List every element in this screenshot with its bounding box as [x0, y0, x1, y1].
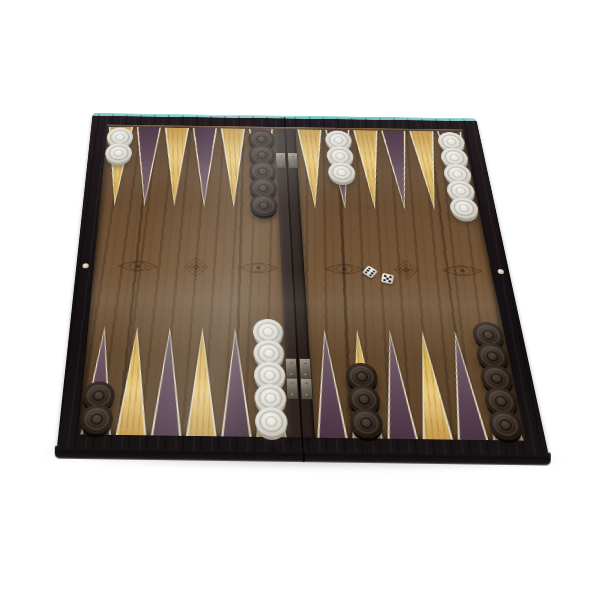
checker-white[interactable] [255, 407, 288, 437]
point-fill [222, 128, 245, 203]
die-pip [389, 275, 392, 277]
fold-seam-bottom [301, 438, 304, 453]
fold-hinge-1 [275, 152, 298, 168]
die-pip [388, 280, 391, 282]
hinge-plate-right [287, 153, 298, 169]
point-triangle-yellow [114, 326, 152, 435]
point-fill [188, 333, 216, 437]
die-pip [368, 274, 371, 277]
fold-hinge-2 [285, 358, 313, 380]
point-triangle-plum [150, 327, 186, 436]
checker-black[interactable] [249, 194, 277, 216]
hinge-plate-right [299, 358, 313, 380]
point-triangle-plum [220, 328, 253, 437]
point-top-5[interactable] [219, 128, 250, 265]
wing-medallion-motif [117, 259, 159, 277]
point-fill [223, 333, 250, 437]
diamond-medallion-motif [183, 257, 208, 280]
point-bottom-5[interactable] [219, 265, 254, 437]
hinge-plate-left [285, 378, 299, 400]
point-triangle-yellow [185, 327, 218, 436]
hinge-plate-left [285, 358, 298, 380]
fold-seam-top [284, 117, 286, 127]
playing-field [78, 125, 526, 441]
point-fill [133, 127, 160, 202]
point-triangle-plum [190, 128, 218, 208]
point-top-3[interactable] [157, 128, 191, 265]
rail-inlay-dot-left [82, 263, 89, 268]
diamond-medallion-motif [393, 260, 421, 283]
scene [0, 0, 592, 592]
backgammon-board [57, 114, 549, 455]
die-pip [382, 279, 385, 281]
point-top-4[interactable] [188, 128, 219, 265]
hinge-plate-right [300, 378, 314, 400]
photo-canvas [0, 0, 592, 592]
point-bottom-3[interactable] [149, 264, 188, 436]
die-2-showing-5[interactable] [380, 273, 393, 284]
point-triangle-plum [130, 127, 162, 206]
wing-medallion-motif [441, 263, 485, 281]
fold-hinge-3 [285, 378, 313, 400]
board-grid [78, 127, 526, 441]
point-triangle-yellow [220, 128, 248, 208]
point-bottom-4[interactable] [184, 264, 219, 436]
wing-medallion-motif [324, 262, 366, 280]
die-pip [383, 274, 386, 276]
point-fill [193, 128, 216, 203]
die-pip [386, 277, 389, 279]
hinge-plate-left [275, 152, 286, 168]
wing-medallion-motif [238, 261, 279, 279]
rail-inlay-dot-right [497, 269, 504, 274]
point-fill [312, 334, 346, 438]
point-triangle-yellow [160, 128, 190, 208]
